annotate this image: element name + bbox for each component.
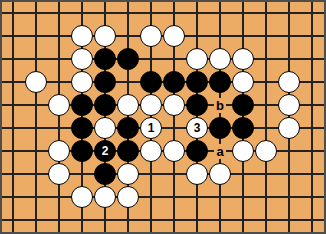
black-stone xyxy=(71,94,93,116)
intersection-c0-r2[interactable] xyxy=(2,48,25,71)
intersection-c4-r1[interactable] xyxy=(94,25,117,48)
white-stone xyxy=(186,163,208,185)
intersection-c12-r9[interactable] xyxy=(278,209,301,232)
intersection-c10-r5[interactable] xyxy=(232,117,255,140)
intersection-c8-r9[interactable] xyxy=(186,209,209,232)
black-stone xyxy=(163,71,185,93)
go-board: b132a xyxy=(2,2,324,232)
white-stone xyxy=(48,94,70,116)
black-stone xyxy=(94,163,116,185)
move-2-black-stone: 2 xyxy=(94,140,116,162)
intersection-c13-r0[interactable] xyxy=(301,2,324,25)
intersection-c0-r0[interactable] xyxy=(2,2,25,25)
intersection-c9-r3[interactable] xyxy=(209,71,232,94)
intersection-c6-r6[interactable] xyxy=(140,140,163,163)
intersection-c9-r8[interactable] xyxy=(209,186,232,209)
intersection-c0-r4[interactable] xyxy=(2,94,25,117)
intersection-c3-r8[interactable] xyxy=(71,186,94,209)
intersection-c5-r9[interactable] xyxy=(117,209,140,232)
intersection-c10-r0[interactable] xyxy=(232,2,255,25)
intersection-c4-r6[interactable]: 2 xyxy=(94,140,117,163)
intersection-c11-r5[interactable] xyxy=(255,117,278,140)
white-stone xyxy=(71,71,93,93)
label-a: a xyxy=(214,144,225,159)
intersection-c11-r6[interactable] xyxy=(255,140,278,163)
intersection-c3-r6[interactable] xyxy=(71,140,94,163)
intersection-c8-r5[interactable]: 3 xyxy=(186,117,209,140)
intersection-c1-r2[interactable] xyxy=(25,48,48,71)
intersection-c12-r4[interactable] xyxy=(278,94,301,117)
black-stone xyxy=(232,94,254,116)
intersection-c3-r9[interactable] xyxy=(71,209,94,232)
intersection-c10-r6[interactable] xyxy=(232,140,255,163)
intersection-c13-r5[interactable] xyxy=(301,117,324,140)
white-stone xyxy=(94,186,116,208)
intersection-c3-r2[interactable] xyxy=(71,48,94,71)
intersection-c0-r9[interactable] xyxy=(2,209,25,232)
intersection-c7-r7[interactable] xyxy=(163,163,186,186)
black-stone xyxy=(94,71,116,93)
intersection-c11-r7[interactable] xyxy=(255,163,278,186)
black-stone xyxy=(186,71,208,93)
intersection-c11-r2[interactable] xyxy=(255,48,278,71)
white-stone xyxy=(48,140,70,162)
black-stone xyxy=(140,71,162,93)
intersection-c8-r1[interactable] xyxy=(186,25,209,48)
intersection-c6-r3[interactable] xyxy=(140,71,163,94)
intersection-c4-r5[interactable] xyxy=(94,117,117,140)
intersection-c8-r0[interactable] xyxy=(186,2,209,25)
intersection-c7-r0[interactable] xyxy=(163,2,186,25)
black-stone xyxy=(71,117,93,139)
intersection-c10-r1[interactable] xyxy=(232,25,255,48)
intersection-c6-r4[interactable] xyxy=(140,94,163,117)
intersection-c13-r2[interactable] xyxy=(301,48,324,71)
white-stone xyxy=(140,140,162,162)
intersection-c10-r2[interactable] xyxy=(232,48,255,71)
intersection-c4-r9[interactable] xyxy=(94,209,117,232)
go-diagram: b132a xyxy=(0,0,326,234)
intersection-c0-r6[interactable] xyxy=(2,140,25,163)
intersection-c6-r0[interactable] xyxy=(140,2,163,25)
white-stone xyxy=(163,25,185,47)
white-stone xyxy=(117,163,139,185)
intersection-c8-r7[interactable] xyxy=(186,163,209,186)
intersection-c12-r8[interactable] xyxy=(278,186,301,209)
intersection-c6-r5[interactable]: 1 xyxy=(140,117,163,140)
black-stone xyxy=(71,140,93,162)
intersection-c12-r0[interactable] xyxy=(278,2,301,25)
intersection-c8-r2[interactable] xyxy=(186,48,209,71)
intersection-c13-r9[interactable] xyxy=(301,209,324,232)
intersection-c2-r8[interactable] xyxy=(48,186,71,209)
intersection-c12-r5[interactable] xyxy=(278,117,301,140)
label-b: b xyxy=(214,98,226,113)
intersection-c2-r2[interactable] xyxy=(48,48,71,71)
intersection-c6-r9[interactable] xyxy=(140,209,163,232)
intersection-c3-r7[interactable] xyxy=(71,163,94,186)
intersection-c4-r8[interactable] xyxy=(94,186,117,209)
intersection-c1-r4[interactable] xyxy=(25,94,48,117)
intersection-c12-r1[interactable] xyxy=(278,25,301,48)
white-stone xyxy=(94,25,116,47)
white-stone xyxy=(94,117,116,139)
white-stone xyxy=(278,117,300,139)
intersection-c10-r8[interactable] xyxy=(232,186,255,209)
intersection-c0-r8[interactable] xyxy=(2,186,25,209)
intersection-c11-r1[interactable] xyxy=(255,25,278,48)
intersection-c13-r4[interactable] xyxy=(301,94,324,117)
intersection-c6-r7[interactable] xyxy=(140,163,163,186)
intersection-c13-r8[interactable] xyxy=(301,186,324,209)
intersection-c1-r9[interactable] xyxy=(25,209,48,232)
intersection-c13-r6[interactable] xyxy=(301,140,324,163)
intersection-c1-r1[interactable] xyxy=(25,25,48,48)
intersection-c13-r3[interactable] xyxy=(301,71,324,94)
move-3-white-stone: 3 xyxy=(186,117,208,139)
intersection-c5-r6[interactable] xyxy=(117,140,140,163)
intersection-c5-r4[interactable] xyxy=(117,94,140,117)
intersection-c2-r0[interactable] xyxy=(48,2,71,25)
intersection-c3-r4[interactable] xyxy=(71,94,94,117)
intersection-c12-r7[interactable] xyxy=(278,163,301,186)
white-stone xyxy=(209,163,231,185)
intersection-c7-r3[interactable] xyxy=(163,71,186,94)
intersection-c12-r6[interactable] xyxy=(278,140,301,163)
intersection-c1-r0[interactable] xyxy=(25,2,48,25)
intersection-c7-r2[interactable] xyxy=(163,48,186,71)
white-stone xyxy=(232,140,254,162)
intersection-c5-r3[interactable] xyxy=(117,71,140,94)
intersection-c9-r2[interactable] xyxy=(209,48,232,71)
intersection-c6-r1[interactable] xyxy=(140,25,163,48)
intersection-c7-r8[interactable] xyxy=(163,186,186,209)
black-stone xyxy=(94,48,116,70)
white-stone xyxy=(48,163,70,185)
intersection-c2-r9[interactable] xyxy=(48,209,71,232)
intersection-c1-r3[interactable] xyxy=(25,71,48,94)
intersection-c3-r3[interactable] xyxy=(71,71,94,94)
intersection-c12-r2[interactable] xyxy=(278,48,301,71)
white-stone xyxy=(255,140,277,162)
intersection-c13-r1[interactable] xyxy=(301,25,324,48)
black-stone xyxy=(232,117,254,139)
intersection-c6-r8[interactable] xyxy=(140,186,163,209)
intersection-c10-r4[interactable] xyxy=(232,94,255,117)
intersection-c0-r5[interactable] xyxy=(2,117,25,140)
intersection-c10-r3[interactable] xyxy=(232,71,255,94)
intersection-c9-r9[interactable] xyxy=(209,209,232,232)
intersection-c8-r6[interactable] xyxy=(186,140,209,163)
intersection-c5-r1[interactable] xyxy=(117,25,140,48)
white-stone xyxy=(186,48,208,70)
intersection-c5-r0[interactable] xyxy=(117,2,140,25)
intersection-c9-r4[interactable]: b xyxy=(209,94,232,117)
white-stone xyxy=(71,25,93,47)
intersection-c1-r8[interactable] xyxy=(25,186,48,209)
black-stone xyxy=(209,117,231,139)
black-stone xyxy=(186,140,208,162)
intersection-c11-r3[interactable] xyxy=(255,71,278,94)
white-stone xyxy=(71,48,93,70)
intersection-c0-r1[interactable] xyxy=(2,25,25,48)
intersection-c4-r0[interactable] xyxy=(94,2,117,25)
intersection-c2-r4[interactable] xyxy=(48,94,71,117)
intersection-c8-r3[interactable] xyxy=(186,71,209,94)
black-stone xyxy=(186,94,208,116)
black-stone xyxy=(94,94,116,116)
intersection-c11-r9[interactable] xyxy=(255,209,278,232)
white-stone xyxy=(278,94,300,116)
intersection-c13-r7[interactable] xyxy=(301,163,324,186)
intersection-c7-r1[interactable] xyxy=(163,25,186,48)
intersection-c0-r7[interactable] xyxy=(2,163,25,186)
intersection-c2-r3[interactable] xyxy=(48,71,71,94)
black-stone xyxy=(117,48,139,70)
intersection-c6-r2[interactable] xyxy=(140,48,163,71)
intersection-c11-r8[interactable] xyxy=(255,186,278,209)
black-stone xyxy=(117,117,139,139)
white-stone xyxy=(209,48,231,70)
intersection-c4-r7[interactable] xyxy=(94,163,117,186)
white-stone xyxy=(140,94,162,116)
intersection-c3-r1[interactable] xyxy=(71,25,94,48)
intersection-c4-r4[interactable] xyxy=(94,94,117,117)
intersection-c9-r0[interactable] xyxy=(209,2,232,25)
intersection-c7-r5[interactable] xyxy=(163,117,186,140)
white-stone xyxy=(232,71,254,93)
white-stone xyxy=(117,186,139,208)
intersection-c0-r3[interactable] xyxy=(2,71,25,94)
intersection-c1-r6[interactable] xyxy=(25,140,48,163)
intersection-c10-r9[interactable] xyxy=(232,209,255,232)
intersection-c4-r2[interactable] xyxy=(94,48,117,71)
white-stone xyxy=(71,186,93,208)
intersection-c2-r6[interactable] xyxy=(48,140,71,163)
intersection-c5-r2[interactable] xyxy=(117,48,140,71)
intersection-c8-r4[interactable] xyxy=(186,94,209,117)
move-1-white-stone: 1 xyxy=(140,117,162,139)
intersection-c5-r5[interactable] xyxy=(117,117,140,140)
black-stone xyxy=(209,71,231,93)
intersection-c7-r6[interactable] xyxy=(163,140,186,163)
white-stone xyxy=(140,25,162,47)
intersection-c2-r7[interactable] xyxy=(48,163,71,186)
black-stone xyxy=(117,140,139,162)
intersection-c12-r3[interactable] xyxy=(278,71,301,94)
intersection-c5-r7[interactable] xyxy=(117,163,140,186)
intersection-c9-r1[interactable] xyxy=(209,25,232,48)
intersection-c9-r6[interactable]: a xyxy=(209,140,232,163)
intersection-c7-r9[interactable] xyxy=(163,209,186,232)
intersection-c1-r7[interactable] xyxy=(25,163,48,186)
intersection-c2-r5[interactable] xyxy=(48,117,71,140)
intersection-c3-r5[interactable] xyxy=(71,117,94,140)
intersection-c10-r7[interactable] xyxy=(232,163,255,186)
intersection-c9-r5[interactable] xyxy=(209,117,232,140)
intersection-c5-r8[interactable] xyxy=(117,186,140,209)
intersection-c2-r1[interactable] xyxy=(48,25,71,48)
intersection-c9-r7[interactable] xyxy=(209,163,232,186)
white-stone xyxy=(25,71,47,93)
white-stone xyxy=(163,94,185,116)
intersection-c3-r0[interactable] xyxy=(71,2,94,25)
intersection-c1-r5[interactable] xyxy=(25,117,48,140)
intersection-c11-r0[interactable] xyxy=(255,2,278,25)
intersection-c8-r8[interactable] xyxy=(186,186,209,209)
white-stone xyxy=(117,94,139,116)
white-stone xyxy=(278,71,300,93)
intersection-c4-r3[interactable] xyxy=(94,71,117,94)
white-stone xyxy=(163,140,185,162)
intersection-c7-r4[interactable] xyxy=(163,94,186,117)
white-stone xyxy=(232,48,254,70)
intersection-c11-r4[interactable] xyxy=(255,94,278,117)
